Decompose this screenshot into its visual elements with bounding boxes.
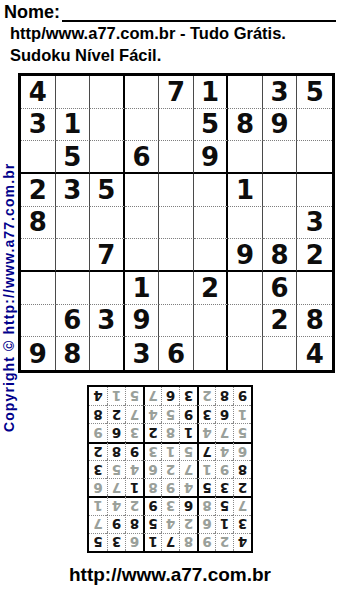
sudoku-cell-r2c1[interactable]: 3 xyxy=(21,109,56,142)
answer-cell-r1c6: 1 xyxy=(143,533,161,551)
answer-cell-r8c9: 8 xyxy=(89,405,107,423)
sudoku-worksheet-page: Nome: http/www.a77.com.br - Tudo Grátis.… xyxy=(0,0,340,596)
answer-cell-r3c1: 7 xyxy=(233,496,251,514)
sudoku-cell-r4c1[interactable]: 2 xyxy=(21,174,56,207)
name-row: Nome: xyxy=(4,2,338,22)
vertical-copyright-text: Copyright © http://www.a77.com.br xyxy=(1,84,17,432)
answer-cell-r6c2: 4 xyxy=(215,442,233,460)
sudoku-cell-r3c7[interactable] xyxy=(228,141,263,174)
answer-cell-r8c7: 7 xyxy=(125,405,143,423)
sudoku-cell-r8c1[interactable] xyxy=(21,305,56,338)
answer-cell-r6c7: 9 xyxy=(125,442,143,460)
sudoku-cell-r8c6[interactable] xyxy=(194,305,229,338)
answer-cell-r6c4: 5 xyxy=(179,442,197,460)
sudoku-cell-r2c5[interactable] xyxy=(159,109,194,142)
answer-cell-r4c5: 9 xyxy=(161,478,179,496)
sudoku-cell-r5c5[interactable] xyxy=(159,207,194,240)
sudoku-cell-r2c3[interactable] xyxy=(90,109,125,142)
sudoku-cell-r9c8[interactable] xyxy=(263,337,298,370)
sudoku-cell-r9c6[interactable] xyxy=(194,337,229,370)
answer-cell-r8c4: 9 xyxy=(179,405,197,423)
answer-cell-r3c9: 1 xyxy=(89,496,107,514)
sudoku-cell-r6c5[interactable] xyxy=(159,239,194,272)
sudoku-cell-r9c5[interactable]: 6 xyxy=(159,337,194,370)
sudoku-cell-r3c4[interactable]: 6 xyxy=(125,141,160,174)
answer-cell-r4c4: 4 xyxy=(179,478,197,496)
sudoku-cell-r6c8[interactable]: 8 xyxy=(263,239,298,272)
answer-cell-r2c5: 4 xyxy=(161,515,179,533)
sudoku-cell-r3c8[interactable] xyxy=(263,141,298,174)
sudoku-cell-r1c8[interactable]: 3 xyxy=(263,76,298,109)
answer-cell-r8c6: 4 xyxy=(143,405,161,423)
answer-cell-r1c5: 7 xyxy=(161,533,179,551)
answer-cell-r8c5: 5 xyxy=(161,405,179,423)
sudoku-cell-r7c2[interactable] xyxy=(56,272,91,305)
answer-cell-r9c9: 4 xyxy=(89,387,107,405)
sudoku-cell-r9c7[interactable] xyxy=(228,337,263,370)
sudoku-cell-r7c3[interactable] xyxy=(90,272,125,305)
answer-cell-r1c7: 6 xyxy=(125,533,143,551)
sudoku-cell-r3c9[interactable] xyxy=(297,141,332,174)
sudoku-cell-r2c6[interactable]: 5 xyxy=(194,109,229,142)
footer-url: http://www.a77.com.br xyxy=(0,564,340,586)
sudoku-cell-r1c7[interactable] xyxy=(228,76,263,109)
answer-cell-r4c3: 5 xyxy=(197,478,215,496)
sudoku-cell-r1c3[interactable] xyxy=(90,76,125,109)
sudoku-cell-r8c4[interactable]: 9 xyxy=(125,305,160,338)
sudoku-cell-r6c1[interactable] xyxy=(21,239,56,272)
sudoku-cell-r1c4[interactable] xyxy=(125,76,160,109)
answer-cell-r2c6: 5 xyxy=(143,515,161,533)
answer-cell-r3c5: 3 xyxy=(161,496,179,514)
sudoku-cell-r2c7[interactable]: 8 xyxy=(228,109,263,142)
answer-cell-r8c1: 1 xyxy=(233,405,251,423)
answer-cell-r4c1: 2 xyxy=(233,478,251,496)
name-label: Nome: xyxy=(4,2,60,22)
sudoku-cell-r8c8[interactable]: 2 xyxy=(263,305,298,338)
answer-cell-r2c2: 1 xyxy=(215,515,233,533)
sudoku-cell-r5c7[interactable] xyxy=(228,207,263,240)
sudoku-cell-r3c3[interactable] xyxy=(90,141,125,174)
answer-cell-r2c9: 7 xyxy=(89,515,107,533)
sudoku-cell-r4c4[interactable] xyxy=(125,174,160,207)
answer-cell-r9c4: 3 xyxy=(179,387,197,405)
sudoku-cell-r7c8[interactable]: 6 xyxy=(263,272,298,305)
answer-cell-r9c8: 1 xyxy=(107,387,125,405)
answer-cell-r3c4: 6 xyxy=(179,496,197,514)
sudoku-cell-r4c8[interactable] xyxy=(263,174,298,207)
sudoku-cell-r4c5[interactable] xyxy=(159,174,194,207)
answer-cell-r2c4: 2 xyxy=(179,515,197,533)
answer-cell-r8c3: 3 xyxy=(197,405,215,423)
sudoku-cell-r5c9[interactable]: 3 xyxy=(297,207,332,240)
answer-cell-r3c6: 9 xyxy=(143,496,161,514)
answer-cell-r9c2: 8 xyxy=(215,387,233,405)
answer-cell-r3c3: 8 xyxy=(197,496,215,514)
sudoku-cell-r5c2[interactable] xyxy=(56,207,91,240)
answer-cell-r2c3: 6 xyxy=(197,515,215,533)
answer-cell-r6c3: 7 xyxy=(197,442,215,460)
sudoku-cell-r4c9[interactable] xyxy=(297,174,332,207)
answer-cell-r7c5: 8 xyxy=(161,423,179,441)
sudoku-cell-r6c7[interactable]: 9 xyxy=(228,239,263,272)
answer-cell-r7c2: 7 xyxy=(215,423,233,441)
answer-cell-r1c4: 8 xyxy=(179,533,197,551)
sudoku-cell-r1c2[interactable] xyxy=(56,76,91,109)
sudoku-cell-r5c6[interactable] xyxy=(194,207,229,240)
sudoku-cell-r6c4[interactable] xyxy=(125,239,160,272)
sudoku-cell-r3c6[interactable]: 9 xyxy=(194,141,229,174)
sudoku-cell-r2c9[interactable] xyxy=(297,109,332,142)
answer-grid-upside-down: 4298716353162458977586392412354981768917… xyxy=(87,385,253,553)
sudoku-cell-r8c3[interactable]: 3 xyxy=(90,305,125,338)
answer-cell-r9c1: 9 xyxy=(233,387,251,405)
answer-cell-r2c1: 3 xyxy=(233,515,251,533)
sudoku-cell-r4c7[interactable]: 1 xyxy=(228,174,263,207)
answer-cell-r8c8: 2 xyxy=(107,405,125,423)
sudoku-cell-r7c7[interactable] xyxy=(228,272,263,305)
sudoku-cell-r6c6[interactable] xyxy=(194,239,229,272)
answer-cell-r6c8: 8 xyxy=(107,442,125,460)
answer-cell-r5c9: 3 xyxy=(89,460,107,478)
answer-cell-r8c2: 6 xyxy=(215,405,233,423)
answer-cell-r7c7: 3 xyxy=(125,423,143,441)
answer-cell-r4c2: 3 xyxy=(215,478,233,496)
sudoku-cell-r8c5[interactable] xyxy=(159,305,194,338)
answer-cell-r1c1: 4 xyxy=(233,533,251,551)
answer-cell-r1c2: 2 xyxy=(215,533,233,551)
sudoku-cell-r9c2[interactable]: 8 xyxy=(56,337,91,370)
sudoku-cell-r1c1[interactable]: 4 xyxy=(21,76,56,109)
answer-cell-r5c8: 5 xyxy=(107,460,125,478)
sudoku-cell-r7c5[interactable] xyxy=(159,272,194,305)
answer-cell-r1c8: 3 xyxy=(107,533,125,551)
sudoku-grid: 471353158956923518379821266392898364 xyxy=(18,73,335,373)
name-blank-line[interactable] xyxy=(62,2,336,22)
sudoku-cell-r9c4[interactable]: 3 xyxy=(125,337,160,370)
sudoku-cell-r7c1[interactable] xyxy=(21,272,56,305)
answer-cell-r6c9: 2 xyxy=(89,442,107,460)
answer-cell-r9c3: 2 xyxy=(197,387,215,405)
sudoku-cell-r1c9[interactable]: 5 xyxy=(297,76,332,109)
sudoku-cell-r5c8[interactable] xyxy=(263,207,298,240)
answer-cell-r1c9: 5 xyxy=(89,533,107,551)
answer-cell-r5c6: 6 xyxy=(143,460,161,478)
answer-cell-r2c7: 8 xyxy=(125,515,143,533)
sudoku-cell-r3c2[interactable]: 5 xyxy=(56,141,91,174)
answer-cell-r5c5: 2 xyxy=(161,460,179,478)
sudoku-cell-r9c1[interactable]: 9 xyxy=(21,337,56,370)
answer-cell-r6c1: 6 xyxy=(233,442,251,460)
answer-cell-r9c6: 7 xyxy=(143,387,161,405)
sudoku-cell-r7c4[interactable]: 1 xyxy=(125,272,160,305)
answer-cell-r4c7: 1 xyxy=(125,478,143,496)
answer-cell-r9c7: 5 xyxy=(125,387,143,405)
answer-cell-r7c6: 2 xyxy=(143,423,161,441)
sudoku-cell-r4c3[interactable]: 5 xyxy=(90,174,125,207)
sudoku-cell-r6c3[interactable]: 7 xyxy=(90,239,125,272)
answer-cell-r7c8: 6 xyxy=(107,423,125,441)
answer-cell-r3c8: 4 xyxy=(107,496,125,514)
answer-cell-r6c6: 3 xyxy=(143,442,161,460)
sudoku-cell-r4c6[interactable] xyxy=(194,174,229,207)
site-tagline: http/www.a77.com.br - Tudo Grátis. xyxy=(10,24,286,43)
sudoku-cell-r7c6[interactable]: 2 xyxy=(194,272,229,305)
answer-cell-r4c8: 7 xyxy=(107,478,125,496)
sudoku-cell-r7c9[interactable] xyxy=(297,272,332,305)
sudoku-cell-r3c1[interactable] xyxy=(21,141,56,174)
answer-cell-r3c7: 2 xyxy=(125,496,143,514)
sudoku-cell-r1c6[interactable]: 1 xyxy=(194,76,229,109)
answer-cell-r9c5: 6 xyxy=(161,387,179,405)
answer-cell-r6c5: 1 xyxy=(161,442,179,460)
answer-cell-r7c1: 5 xyxy=(233,423,251,441)
answer-cell-r7c9: 9 xyxy=(89,423,107,441)
sudoku-cell-r1c5[interactable]: 7 xyxy=(159,76,194,109)
answer-cell-r5c1: 8 xyxy=(233,460,251,478)
answer-cell-r5c2: 9 xyxy=(215,460,233,478)
sudoku-cell-r8c9[interactable]: 8 xyxy=(297,305,332,338)
sudoku-cell-r9c3[interactable] xyxy=(90,337,125,370)
sudoku-cell-r2c2[interactable]: 1 xyxy=(56,109,91,142)
sudoku-cell-r6c2[interactable] xyxy=(56,239,91,272)
sudoku-cell-r5c1[interactable]: 8 xyxy=(21,207,56,240)
answer-cell-r4c9: 6 xyxy=(89,478,107,496)
answer-cell-r2c8: 9 xyxy=(107,515,125,533)
sudoku-cell-r9c9[interactable]: 4 xyxy=(297,337,332,370)
answer-cell-r1c3: 9 xyxy=(197,533,215,551)
sudoku-cell-r4c2[interactable]: 3 xyxy=(56,174,91,207)
answer-cell-r5c3: 1 xyxy=(197,460,215,478)
answer-cell-r7c3: 4 xyxy=(197,423,215,441)
answer-cell-r5c4: 7 xyxy=(179,460,197,478)
sudoku-cell-r2c4[interactable] xyxy=(125,109,160,142)
answer-cell-r4c6: 8 xyxy=(143,478,161,496)
sudoku-cell-r6c9[interactable]: 2 xyxy=(297,239,332,272)
answer-cell-r7c4: 1 xyxy=(179,423,197,441)
puzzle-title: Sudoku Nível Fácil. xyxy=(10,46,161,65)
answer-cell-r3c2: 5 xyxy=(215,496,233,514)
answer-cell-r5c7: 4 xyxy=(125,460,143,478)
sudoku-cell-r5c3[interactable] xyxy=(90,207,125,240)
sudoku-cell-r5c4[interactable] xyxy=(125,207,160,240)
sudoku-cell-r2c8[interactable]: 9 xyxy=(263,109,298,142)
sudoku-cell-r3c5[interactable] xyxy=(159,141,194,174)
sudoku-cell-r8c2[interactable]: 6 xyxy=(56,305,91,338)
sudoku-cell-r8c7[interactable] xyxy=(228,305,263,338)
